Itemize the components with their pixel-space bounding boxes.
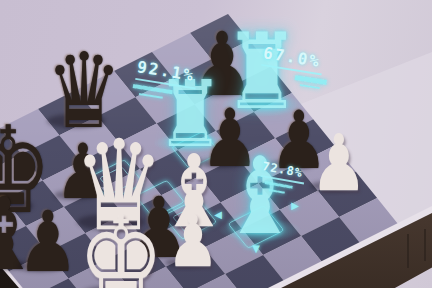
- move-arrow-down-icon: ▼: [252, 244, 260, 254]
- evaluation-hud: 92.1% 67.0% 72.8% ◀▶▼: [0, 0, 432, 288]
- move-arrow-right-icon: ▶: [291, 201, 299, 211]
- win-probability-label: 92.1%: [135, 57, 199, 89]
- move-arrow-left-icon: ◀: [214, 210, 222, 220]
- win-probability-label: 67.0%: [261, 43, 325, 75]
- probability-bar: [300, 84, 320, 89]
- probability-bar: [265, 181, 293, 189]
- probability-bar: [269, 189, 285, 194]
- probability-bar: [139, 93, 163, 99]
- chess-3d-scene: ♟♜♛♜♟♟♟♟♚♝♛♝♟♟♝♟♚ 92.1% 67.0% 72.8% ◀▶▼: [0, 0, 432, 288]
